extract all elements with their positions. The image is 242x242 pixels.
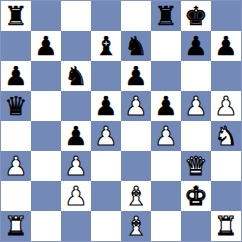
square-h4[interactable]: ♞ [211, 121, 241, 151]
square-d4[interactable]: ♟ [91, 121, 121, 151]
square-h1[interactable]: ♜ [211, 211, 241, 241]
square-d1[interactable] [91, 211, 121, 241]
square-a2[interactable] [1, 181, 31, 211]
square-f4[interactable]: ♟ [151, 121, 181, 151]
square-c8[interactable] [61, 1, 91, 31]
square-d8[interactable] [91, 1, 121, 31]
square-a8[interactable]: ♜ [1, 1, 31, 31]
piece-black-pawn: ♟ [154, 91, 177, 121]
square-f7[interactable] [151, 31, 181, 61]
square-c2[interactable]: ♟ [61, 181, 91, 211]
square-g7[interactable]: ♟ [181, 31, 211, 61]
chess-board: ♜♜♚♟♝♞♟♟♟♞♟♛♟♟♟♟♟♟♟♟♞♟♟♛♟♝♚♜♝♜ [0, 0, 242, 242]
piece-white-bishop: ♝ [124, 211, 147, 241]
piece-black-knight: ♞ [64, 61, 87, 91]
piece-white-rook: ♜ [214, 211, 237, 241]
piece-white-pawn: ♟ [94, 121, 117, 151]
piece-white-pawn: ♟ [214, 91, 237, 121]
square-b7[interactable]: ♟ [31, 31, 61, 61]
piece-black-knight: ♞ [124, 31, 147, 61]
square-e2[interactable]: ♝ [121, 181, 151, 211]
square-c3[interactable]: ♟ [61, 151, 91, 181]
square-h6[interactable] [211, 61, 241, 91]
square-f6[interactable] [151, 61, 181, 91]
square-a6[interactable]: ♟ [1, 61, 31, 91]
piece-black-queen: ♛ [4, 91, 27, 121]
piece-white-pawn: ♟ [154, 121, 177, 151]
square-g4[interactable] [181, 121, 211, 151]
square-f1[interactable] [151, 211, 181, 241]
square-e5[interactable]: ♟ [121, 91, 151, 121]
square-f5[interactable]: ♟ [151, 91, 181, 121]
piece-white-rook: ♜ [4, 211, 27, 241]
square-g1[interactable] [181, 211, 211, 241]
square-e8[interactable] [121, 1, 151, 31]
square-g5[interactable]: ♟ [181, 91, 211, 121]
square-b4[interactable] [31, 121, 61, 151]
piece-black-pawn: ♟ [124, 61, 147, 91]
square-b8[interactable] [31, 1, 61, 31]
square-a7[interactable] [1, 31, 31, 61]
square-h2[interactable] [211, 181, 241, 211]
square-f2[interactable] [151, 181, 181, 211]
square-c1[interactable] [61, 211, 91, 241]
square-e1[interactable]: ♝ [121, 211, 151, 241]
square-e4[interactable] [121, 121, 151, 151]
piece-black-rook: ♜ [4, 1, 27, 31]
piece-white-queen: ♛ [184, 151, 207, 181]
square-b2[interactable] [31, 181, 61, 211]
square-g2[interactable]: ♚ [181, 181, 211, 211]
square-g3[interactable]: ♛ [181, 151, 211, 181]
square-b6[interactable] [31, 61, 61, 91]
piece-black-pawn: ♟ [214, 31, 237, 61]
square-d2[interactable] [91, 181, 121, 211]
piece-black-pawn: ♟ [184, 31, 207, 61]
piece-black-pawn: ♟ [64, 121, 87, 151]
square-c4[interactable]: ♟ [61, 121, 91, 151]
square-e7[interactable]: ♞ [121, 31, 151, 61]
piece-black-king: ♚ [184, 1, 207, 31]
piece-black-pawn: ♟ [94, 91, 117, 121]
square-c6[interactable]: ♞ [61, 61, 91, 91]
square-h8[interactable] [211, 1, 241, 31]
piece-white-pawn: ♟ [4, 151, 27, 181]
square-a4[interactable] [1, 121, 31, 151]
square-a3[interactable]: ♟ [1, 151, 31, 181]
square-c7[interactable] [61, 31, 91, 61]
piece-black-pawn: ♟ [4, 61, 27, 91]
piece-white-pawn: ♟ [124, 91, 147, 121]
piece-black-pawn: ♟ [34, 31, 57, 61]
square-d5[interactable]: ♟ [91, 91, 121, 121]
piece-white-king: ♚ [184, 181, 207, 211]
square-d7[interactable]: ♝ [91, 31, 121, 61]
square-b5[interactable] [31, 91, 61, 121]
piece-white-pawn: ♟ [64, 181, 87, 211]
square-e6[interactable]: ♟ [121, 61, 151, 91]
piece-white-bishop: ♝ [124, 181, 147, 211]
piece-black-bishop: ♝ [94, 31, 117, 61]
square-b1[interactable] [31, 211, 61, 241]
square-a1[interactable]: ♜ [1, 211, 31, 241]
square-h5[interactable]: ♟ [211, 91, 241, 121]
square-d6[interactable] [91, 61, 121, 91]
piece-white-knight: ♞ [214, 121, 237, 151]
square-b3[interactable] [31, 151, 61, 181]
square-d3[interactable] [91, 151, 121, 181]
square-g6[interactable] [181, 61, 211, 91]
square-g8[interactable]: ♚ [181, 1, 211, 31]
square-c5[interactable] [61, 91, 91, 121]
square-h7[interactable]: ♟ [211, 31, 241, 61]
piece-white-pawn: ♟ [64, 151, 87, 181]
piece-white-pawn: ♟ [184, 91, 207, 121]
square-a5[interactable]: ♛ [1, 91, 31, 121]
square-h3[interactable] [211, 151, 241, 181]
square-e3[interactable] [121, 151, 151, 181]
square-f8[interactable]: ♜ [151, 1, 181, 31]
square-f3[interactable] [151, 151, 181, 181]
piece-black-rook: ♜ [154, 1, 177, 31]
